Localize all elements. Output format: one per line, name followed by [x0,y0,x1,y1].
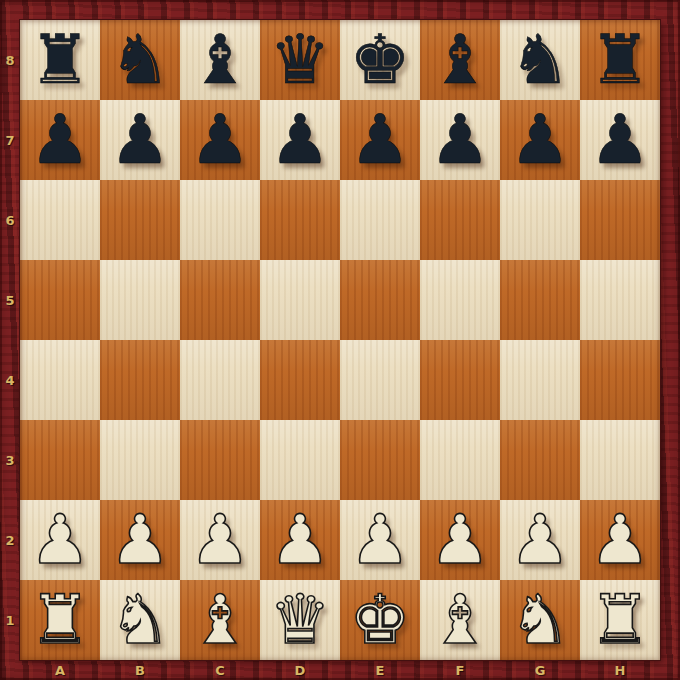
black-pawn[interactable]: ♟ [270,100,331,180]
black-bishop[interactable]: ♝ [190,20,251,100]
white-pawn[interactable]: ♟ [350,500,411,580]
black-pawn[interactable]: ♟ [350,100,411,180]
square-c8[interactable]: ♝ [180,20,260,100]
rank-labels: 87654321 [0,20,20,660]
square-f4[interactable] [420,340,500,420]
square-a8[interactable]: ♜ [20,20,100,100]
chess-board: ♜♞♝♛♚♝♞♜♟♟♟♟♟♟♟♟♟♟♟♟♟♟♟♟♜♞♝♛♚♝♞♜ [20,20,660,660]
square-c2[interactable]: ♟ [180,500,260,580]
square-d8[interactable]: ♛ [260,20,340,100]
square-g2[interactable]: ♟ [500,500,580,580]
black-pawn[interactable]: ♟ [110,100,171,180]
square-a1[interactable]: ♜ [20,580,100,660]
square-f2[interactable]: ♟ [420,500,500,580]
white-pawn[interactable]: ♟ [110,500,171,580]
square-b1[interactable]: ♞ [100,580,180,660]
square-b4[interactable] [100,340,180,420]
square-f6[interactable] [420,180,500,260]
square-g7[interactable]: ♟ [500,100,580,180]
square-b6[interactable] [100,180,180,260]
square-a6[interactable] [20,180,100,260]
square-e8[interactable]: ♚ [340,20,420,100]
square-f5[interactable] [420,260,500,340]
file-label-d: D [260,660,340,680]
square-b3[interactable] [100,420,180,500]
white-rook[interactable]: ♜ [30,580,91,660]
rank-label-3: 3 [0,420,20,500]
file-label-h: H [580,660,660,680]
square-e3[interactable] [340,420,420,500]
square-g8[interactable]: ♞ [500,20,580,100]
square-h1[interactable]: ♜ [580,580,660,660]
rank-label-7: 7 [0,100,20,180]
white-bishop[interactable]: ♝ [430,580,491,660]
square-g1[interactable]: ♞ [500,580,580,660]
square-f3[interactable] [420,420,500,500]
square-a7[interactable]: ♟ [20,100,100,180]
rank-label-8: 8 [0,20,20,100]
black-bishop[interactable]: ♝ [430,20,491,100]
square-g3[interactable] [500,420,580,500]
rank-label-1: 1 [0,580,20,660]
square-h6[interactable] [580,180,660,260]
file-label-e: E [340,660,420,680]
square-c7[interactable]: ♟ [180,100,260,180]
square-h8[interactable]: ♜ [580,20,660,100]
square-c3[interactable] [180,420,260,500]
black-knight[interactable]: ♞ [510,20,571,100]
square-b8[interactable]: ♞ [100,20,180,100]
square-g5[interactable] [500,260,580,340]
square-d3[interactable] [260,420,340,500]
file-label-g: G [500,660,580,680]
file-label-a: A [20,660,100,680]
square-c4[interactable] [180,340,260,420]
square-f7[interactable]: ♟ [420,100,500,180]
file-label-b: B [100,660,180,680]
black-king[interactable]: ♚ [350,20,411,100]
square-d4[interactable] [260,340,340,420]
square-e1[interactable]: ♚ [340,580,420,660]
square-d1[interactable]: ♛ [260,580,340,660]
square-f8[interactable]: ♝ [420,20,500,100]
square-d5[interactable] [260,260,340,340]
white-pawn[interactable]: ♟ [190,500,251,580]
square-c5[interactable] [180,260,260,340]
square-a4[interactable] [20,340,100,420]
square-g6[interactable] [500,180,580,260]
square-c6[interactable] [180,180,260,260]
black-rook[interactable]: ♜ [30,20,91,100]
square-d2[interactable]: ♟ [260,500,340,580]
white-rook[interactable]: ♜ [590,580,651,660]
file-label-f: F [420,660,500,680]
white-knight[interactable]: ♞ [510,580,571,660]
square-a5[interactable] [20,260,100,340]
rank-label-6: 6 [0,180,20,260]
black-pawn[interactable]: ♟ [30,100,91,180]
black-pawn[interactable]: ♟ [190,100,251,180]
white-pawn[interactable]: ♟ [510,500,571,580]
black-pawn[interactable]: ♟ [510,100,571,180]
square-f1[interactable]: ♝ [420,580,500,660]
rank-label-2: 2 [0,500,20,580]
white-pawn[interactable]: ♟ [270,500,331,580]
white-king[interactable]: ♚ [350,580,411,660]
file-label-c: C [180,660,260,680]
square-h4[interactable] [580,340,660,420]
white-pawn[interactable]: ♟ [430,500,491,580]
square-h2[interactable]: ♟ [580,500,660,580]
square-h3[interactable] [580,420,660,500]
square-a3[interactable] [20,420,100,500]
file-labels: ABCDEFGH [20,660,660,680]
white-queen[interactable]: ♛ [270,580,331,660]
square-g4[interactable] [500,340,580,420]
white-bishop[interactable]: ♝ [190,580,251,660]
square-e5[interactable] [340,260,420,340]
rank-label-5: 5 [0,260,20,340]
square-h7[interactable]: ♟ [580,100,660,180]
square-b5[interactable] [100,260,180,340]
square-h5[interactable] [580,260,660,340]
chessboard-frame: 87654321 ABCDEFGH ♜♞♝♛♚♝♞♜♟♟♟♟♟♟♟♟♟♟♟♟♟♟… [0,0,680,680]
square-d7[interactable]: ♟ [260,100,340,180]
square-e2[interactable]: ♟ [340,500,420,580]
square-e7[interactable]: ♟ [340,100,420,180]
square-b7[interactable]: ♟ [100,100,180,180]
square-d6[interactable] [260,180,340,260]
white-knight[interactable]: ♞ [110,580,171,660]
square-c1[interactable]: ♝ [180,580,260,660]
white-pawn[interactable]: ♟ [30,500,91,580]
square-e6[interactable] [340,180,420,260]
rank-label-4: 4 [0,340,20,420]
square-b2[interactable]: ♟ [100,500,180,580]
square-e4[interactable] [340,340,420,420]
white-pawn[interactable]: ♟ [590,500,651,580]
black-knight[interactable]: ♞ [110,20,171,100]
square-a2[interactable]: ♟ [20,500,100,580]
black-queen[interactable]: ♛ [270,20,331,100]
black-rook[interactable]: ♜ [590,20,651,100]
black-pawn[interactable]: ♟ [430,100,491,180]
black-pawn[interactable]: ♟ [590,100,651,180]
